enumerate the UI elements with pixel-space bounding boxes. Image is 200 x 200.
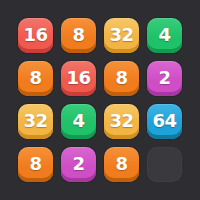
board-grid[interactable]: 16 8 32 4 8 16 8 2 32 4 32 64 8 2 8 bbox=[18, 18, 182, 182]
tile-32[interactable]: 32 bbox=[104, 18, 139, 53]
tile-8[interactable]: 8 bbox=[18, 61, 53, 96]
tile-8[interactable]: 8 bbox=[104, 61, 139, 96]
tile-4[interactable]: 4 bbox=[61, 104, 96, 139]
empty-cell[interactable] bbox=[147, 147, 182, 182]
tile-2[interactable]: 2 bbox=[61, 147, 96, 182]
tile-4[interactable]: 4 bbox=[147, 18, 182, 53]
tile-8[interactable]: 8 bbox=[61, 18, 96, 53]
tile-32[interactable]: 32 bbox=[18, 104, 53, 139]
tile-2[interactable]: 2 bbox=[147, 61, 182, 96]
game-screen: 16 8 32 4 8 16 8 2 32 4 32 64 8 2 8 bbox=[0, 0, 200, 200]
tile-16[interactable]: 16 bbox=[61, 61, 96, 96]
tile-8[interactable]: 8 bbox=[18, 147, 53, 182]
tile-64[interactable]: 64 bbox=[147, 104, 182, 139]
tile-16[interactable]: 16 bbox=[18, 18, 53, 53]
tile-8[interactable]: 8 bbox=[104, 147, 139, 182]
tile-32[interactable]: 32 bbox=[104, 104, 139, 139]
